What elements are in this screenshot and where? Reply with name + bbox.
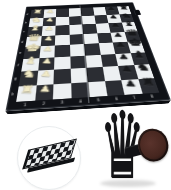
file-label: 4 [75,99,85,104]
file-label: 2 [38,101,49,106]
square-h3 [53,83,71,100]
file-label: 3 [57,100,67,105]
square-f3 [54,56,70,70]
chess-board: 12345678 abcdefgh ♜♟♟♜♞♟♟♞♝♟♟♝♛♟♟♛♚♟♟♚♝♟… [5,2,170,111]
black-p-piece: ♟ [95,7,129,11]
square-h1 [16,85,36,102]
square-g1 [19,71,38,86]
product-photo: 12345678 abcdefgh ♜♟♟♜♞♟♟♞♝♟♟♝♛♟♟♛♚♟♟♚♝♟… [0,0,171,190]
white-n-piece: ♞ [18,17,55,23]
folded-board-inset [17,126,81,190]
piece-closeup: ♛ [88,100,171,190]
square-g2 [36,70,54,85]
white-r-piece: ♜ [20,9,55,14]
folded-board [23,140,77,173]
black-p-piece: ♟ [96,14,132,19]
square-f2 [38,57,55,71]
square-f1 [21,58,39,72]
white-b-piece: ♝ [16,25,55,32]
file-label: 1 [19,102,30,107]
square-h2 [35,84,54,101]
square-g8 [134,64,154,79]
file-label: 8 [146,94,157,99]
square-f8 [130,52,149,65]
square-g3 [53,69,70,84]
